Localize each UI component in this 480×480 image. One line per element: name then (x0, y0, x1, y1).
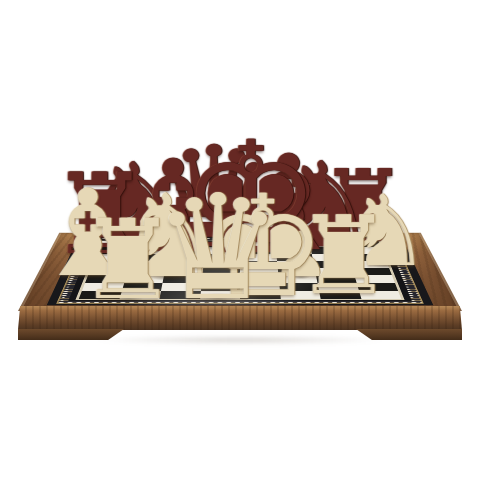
pieces-layer: ♜♞♝♛♚♝♞♜♝♜♞♛♚♟♜♞ (0, 0, 480, 480)
board-foot-right (356, 329, 462, 340)
board-foot-left (18, 329, 124, 340)
chess-set-photo: ♜♞♝♛♚♝♞♜♝♜♞♛♚♟♜♞ (0, 0, 480, 480)
cream-queen-d4[interactable]: ♛ (153, 175, 283, 320)
